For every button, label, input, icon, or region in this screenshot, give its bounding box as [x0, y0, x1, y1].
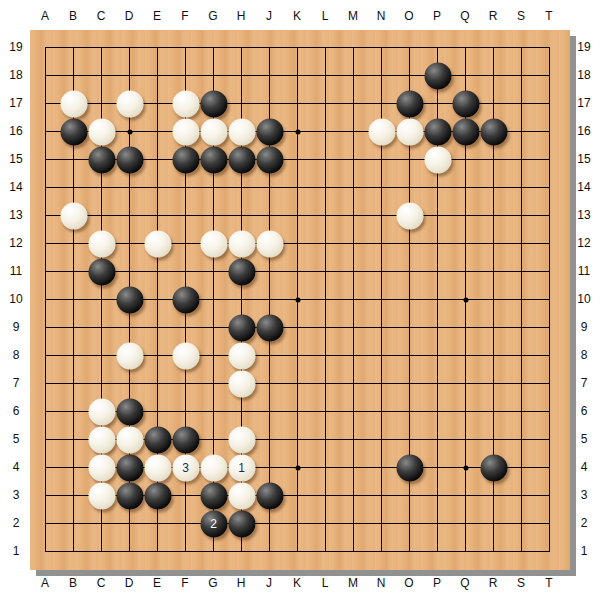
go-game-screenshot: ABCDEFGHJKLMNOPQRST ABCDEFGHJKLMNOPQRST …: [0, 0, 600, 600]
grid-line-vertical: [521, 47, 522, 552]
stone-white[interactable]: [116, 90, 143, 117]
coord-label: T: [545, 577, 552, 589]
stone-white[interactable]: [60, 90, 87, 117]
coord-label: R: [489, 577, 498, 589]
coord-label: 17: [9, 97, 22, 109]
coord-label: 16: [9, 125, 22, 137]
coord-label: 4: [581, 461, 588, 473]
coord-label: 16: [577, 125, 590, 137]
coord-label: B: [69, 10, 77, 22]
stone-black[interactable]: [200, 482, 227, 509]
stone-black[interactable]: [256, 314, 283, 341]
stone-black[interactable]: [200, 146, 227, 173]
stone-white[interactable]: [172, 90, 199, 117]
stone-black[interactable]: [228, 314, 255, 341]
stone-white[interactable]: [396, 202, 423, 229]
coord-label: 6: [13, 405, 20, 417]
coord-label: H: [237, 10, 246, 22]
stone-black[interactable]: [88, 146, 115, 173]
coord-label: L: [322, 10, 329, 22]
star-point: [463, 297, 468, 302]
coord-label: 2: [13, 517, 20, 529]
move-number-label: 3: [182, 462, 189, 474]
stone-white[interactable]: [200, 118, 227, 145]
stone-white[interactable]: [256, 230, 283, 257]
stone-black[interactable]: [172, 146, 199, 173]
grid-line-horizontal: [45, 327, 550, 328]
star-point: [295, 297, 300, 302]
stone-white[interactable]: [228, 426, 255, 453]
stone-black[interactable]: 2: [200, 510, 227, 537]
coord-label: 1: [13, 545, 20, 557]
coord-label: 14: [9, 181, 22, 193]
coord-label: 8: [581, 349, 588, 361]
coord-label: A: [41, 577, 49, 589]
stone-black[interactable]: [172, 286, 199, 313]
coord-label: 12: [577, 237, 590, 249]
move-number-label: 1: [238, 462, 245, 474]
stone-white[interactable]: 1: [228, 454, 255, 481]
coord-label: A: [41, 10, 49, 22]
stone-black[interactable]: [144, 482, 171, 509]
stone-black[interactable]: [256, 118, 283, 145]
stone-black[interactable]: [144, 426, 171, 453]
stone-white[interactable]: [88, 118, 115, 145]
stone-white[interactable]: [144, 230, 171, 257]
grid-line-vertical: [353, 47, 354, 552]
coord-label: 7: [581, 377, 588, 389]
coord-label: M: [348, 10, 358, 22]
coord-label: D: [125, 10, 134, 22]
grid-line-vertical: [325, 47, 326, 552]
grid-line-horizontal: [45, 523, 550, 524]
coord-label: 5: [581, 433, 588, 445]
coord-label: S: [517, 577, 525, 589]
coord-label: R: [489, 10, 498, 22]
coord-label: C: [97, 577, 106, 589]
coord-label: 3: [581, 489, 588, 501]
stone-white[interactable]: [116, 426, 143, 453]
coord-label: B: [69, 577, 77, 589]
star-point: [127, 129, 132, 134]
stone-black[interactable]: [452, 118, 479, 145]
coord-label: 7: [13, 377, 20, 389]
coord-label: 12: [9, 237, 22, 249]
stone-black[interactable]: [116, 454, 143, 481]
star-point: [295, 465, 300, 470]
coord-label: F: [181, 10, 188, 22]
coord-label: C: [97, 10, 106, 22]
stone-black[interactable]: [424, 62, 451, 89]
stone-black[interactable]: [116, 146, 143, 173]
coord-label: Q: [460, 577, 469, 589]
coord-label: T: [545, 10, 552, 22]
stone-white[interactable]: [228, 118, 255, 145]
coord-label: 11: [10, 265, 22, 277]
coord-label: O: [404, 10, 413, 22]
stone-white[interactable]: [88, 398, 115, 425]
coord-label: N: [377, 577, 386, 589]
coord-label: 11: [578, 265, 590, 277]
coord-label: H: [237, 577, 246, 589]
coord-label: K: [293, 10, 301, 22]
stone-white[interactable]: [200, 230, 227, 257]
star-point: [295, 129, 300, 134]
coord-label: E: [153, 577, 161, 589]
coord-label: 9: [13, 321, 20, 333]
coord-label: N: [377, 10, 386, 22]
coord-label: 1: [581, 545, 588, 557]
coord-label: J: [266, 577, 272, 589]
coord-label: S: [517, 10, 525, 22]
coord-label: J: [266, 10, 272, 22]
coord-label: E: [153, 10, 161, 22]
coord-label: Q: [460, 10, 469, 22]
stone-white[interactable]: [228, 342, 255, 369]
coord-label: G: [208, 577, 217, 589]
stone-white[interactable]: [172, 342, 199, 369]
coord-label: P: [433, 577, 441, 589]
coord-label: 14: [577, 181, 590, 193]
coord-label: P: [433, 10, 441, 22]
coord-label: 18: [9, 69, 22, 81]
coord-label: 17: [577, 97, 590, 109]
stone-black[interactable]: [256, 482, 283, 509]
stone-black[interactable]: [256, 146, 283, 173]
stone-black[interactable]: [116, 482, 143, 509]
coord-label: 6: [581, 405, 588, 417]
stone-black[interactable]: [424, 118, 451, 145]
stone-white[interactable]: [228, 370, 255, 397]
stone-white[interactable]: 3: [172, 454, 199, 481]
coord-label: D: [125, 577, 134, 589]
stone-white[interactable]: [228, 230, 255, 257]
move-number-label: 2: [210, 518, 217, 530]
coord-label: 10: [9, 293, 22, 305]
stone-white[interactable]: [144, 454, 171, 481]
stone-black[interactable]: [452, 90, 479, 117]
star-point: [463, 465, 468, 470]
coord-label: 8: [13, 349, 20, 361]
go-board[interactable]: 231: [30, 30, 570, 570]
coord-label: 13: [577, 209, 590, 221]
stone-white[interactable]: [60, 202, 87, 229]
stone-white[interactable]: [200, 454, 227, 481]
stone-black[interactable]: [228, 258, 255, 285]
stone-black[interactable]: [88, 258, 115, 285]
coord-label: 19: [9, 41, 22, 53]
coord-label: F: [181, 577, 188, 589]
coord-label: 13: [9, 209, 22, 221]
stone-white[interactable]: [116, 342, 143, 369]
grid-line-horizontal: [45, 383, 550, 384]
coord-label: 5: [13, 433, 20, 445]
coord-label: 15: [577, 153, 590, 165]
stone-white[interactable]: [396, 118, 423, 145]
coord-label: 4: [13, 461, 20, 473]
stone-black[interactable]: [480, 118, 507, 145]
coord-label: 15: [9, 153, 22, 165]
stone-black[interactable]: [172, 426, 199, 453]
stone-white[interactable]: [424, 146, 451, 173]
stone-black[interactable]: [116, 398, 143, 425]
stone-white[interactable]: [88, 454, 115, 481]
coord-label: K: [293, 577, 301, 589]
stone-black[interactable]: [228, 510, 255, 537]
coord-label: G: [208, 10, 217, 22]
coord-label: L: [322, 577, 329, 589]
grid-line-horizontal: [45, 551, 550, 552]
stone-white[interactable]: [88, 482, 115, 509]
coord-label: M: [348, 577, 358, 589]
coord-label: O: [404, 577, 413, 589]
coord-label: 2: [581, 517, 588, 529]
grid-line-vertical: [549, 47, 550, 552]
stone-black[interactable]: [480, 454, 507, 481]
stone-black[interactable]: [228, 146, 255, 173]
stone-black[interactable]: [396, 90, 423, 117]
stone-black[interactable]: [396, 454, 423, 481]
stone-white[interactable]: [368, 118, 395, 145]
coord-label: 19: [577, 41, 590, 53]
coord-label: 3: [13, 489, 20, 501]
stone-white[interactable]: [228, 482, 255, 509]
stone-white[interactable]: [88, 230, 115, 257]
coord-label: 18: [577, 69, 590, 81]
stone-white[interactable]: [88, 426, 115, 453]
stone-black[interactable]: [60, 118, 87, 145]
stone-black[interactable]: [200, 90, 227, 117]
coord-label: 9: [581, 321, 588, 333]
coord-label: 10: [577, 293, 590, 305]
stone-white[interactable]: [172, 118, 199, 145]
stone-black[interactable]: [116, 286, 143, 313]
